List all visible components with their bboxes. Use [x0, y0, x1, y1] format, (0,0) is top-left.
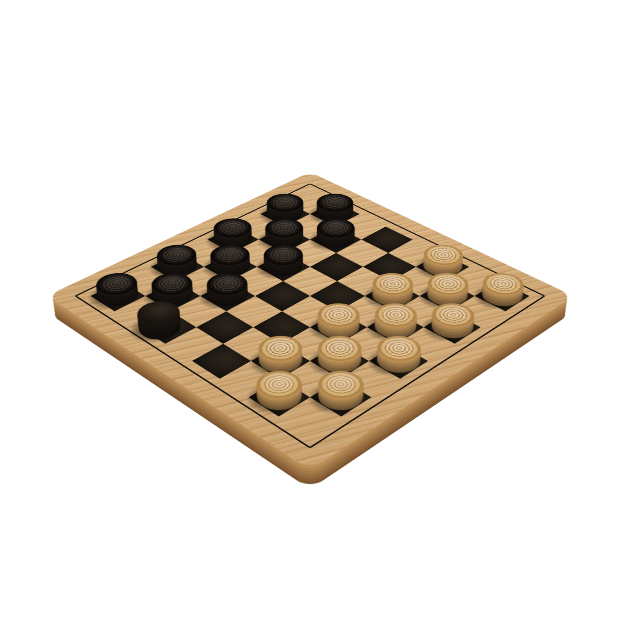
black-checker[interactable]	[200, 281, 256, 312]
product-photo	[0, 0, 620, 620]
scene	[0, 0, 620, 620]
board-grid	[91, 190, 530, 436]
black-checker[interactable]	[90, 281, 146, 312]
square-r5c2[interactable]	[200, 281, 255, 311]
wood-checker[interactable]	[423, 311, 481, 344]
board-surface	[47, 172, 574, 470]
checkers-board	[47, 172, 574, 470]
